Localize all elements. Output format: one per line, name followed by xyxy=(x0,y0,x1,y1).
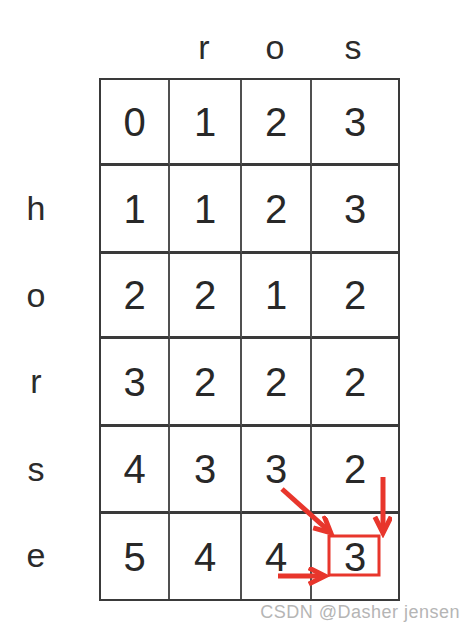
dp-cell-r3c2: 2 xyxy=(242,339,312,427)
dp-cell-r4c2: 3 xyxy=(242,427,312,514)
dp-cell-r3c1: 2 xyxy=(170,339,242,427)
dp-cell-r4c1: 3 xyxy=(170,427,242,514)
dp-cell-r5c3: 3 xyxy=(312,514,398,599)
row-labels: h o r s e xyxy=(14,78,58,597)
dp-cell-r2c0: 2 xyxy=(101,254,170,339)
row-label-e: e xyxy=(14,512,58,597)
dp-cell-r0c2: 2 xyxy=(242,80,312,166)
col-header-o: o xyxy=(240,26,310,68)
dp-cell-r4c3: 2 xyxy=(312,427,398,514)
dp-cell-r5c1: 4 xyxy=(170,514,242,599)
dp-cell-r0c3: 3 xyxy=(312,80,398,166)
dp-cell-r3c0: 3 xyxy=(101,339,170,427)
column-headers: r o s xyxy=(99,26,396,68)
col-header-r: r xyxy=(168,26,240,68)
dp-cell-r1c3: 3 xyxy=(312,166,398,254)
dp-cell-r0c0: 0 xyxy=(101,80,170,166)
dp-cell-r5c2: 4 xyxy=(242,514,312,599)
row-label-o: o xyxy=(14,252,58,337)
row-label-h: h xyxy=(14,164,58,252)
dp-cell-r2c2: 1 xyxy=(242,254,312,339)
dp-cell-r5c0: 5 xyxy=(101,514,170,599)
dp-cell-r0c1: 1 xyxy=(170,80,242,166)
row-label-s: s xyxy=(14,425,58,512)
dp-cell-r1c2: 2 xyxy=(242,166,312,254)
dp-cell-r3c3: 2 xyxy=(312,339,398,427)
dp-cell-r2c1: 2 xyxy=(170,254,242,339)
dp-cell-r1c1: 1 xyxy=(170,166,242,254)
watermark: CSDN @Dasher jensen xyxy=(260,602,460,623)
dp-table-diagram: r o s h o r s e 0 1 2 3 1 1 2 3 2 2 1 2 … xyxy=(0,0,470,632)
col-header-s: s xyxy=(310,26,396,68)
dp-cell-r1c0: 1 xyxy=(101,166,170,254)
dp-cell-r4c0: 4 xyxy=(101,427,170,514)
row-label-r: r xyxy=(14,337,58,425)
dp-cell-r2c3: 2 xyxy=(312,254,398,339)
dp-grid: 0 1 2 3 1 1 2 3 2 2 1 2 3 2 2 2 4 3 3 2 … xyxy=(99,78,400,601)
